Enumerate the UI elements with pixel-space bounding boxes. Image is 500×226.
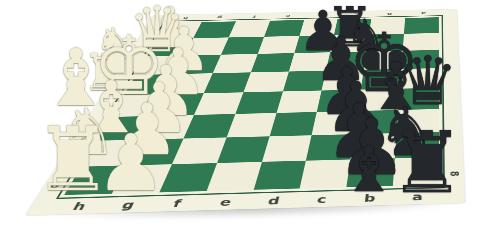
square-d3 bbox=[288, 52, 330, 71]
square-e3 bbox=[251, 53, 294, 72]
file-label-back-b: b bbox=[373, 12, 407, 16]
square-b4 bbox=[361, 69, 401, 90]
square-c7 bbox=[306, 134, 354, 160]
file-label-back-g: g bbox=[202, 15, 238, 19]
square-b8 bbox=[347, 158, 395, 187]
file-label-back-c: c bbox=[339, 12, 373, 16]
file-label-back-e: e bbox=[271, 14, 306, 18]
square-a1 bbox=[404, 17, 439, 33]
square-c6 bbox=[312, 111, 358, 135]
square-a5 bbox=[398, 88, 438, 110]
file-label-front-h: h bbox=[51, 199, 107, 213]
square-b2 bbox=[367, 34, 404, 52]
chessboard: hgfedcba hgfedcba 8 8 bbox=[26, 9, 465, 215]
file-label-front-e: e bbox=[199, 195, 251, 209]
square-c3 bbox=[326, 52, 366, 71]
square-b1 bbox=[369, 18, 405, 35]
file-label-front-d: d bbox=[248, 194, 299, 208]
square-b7 bbox=[351, 133, 397, 159]
square-c4 bbox=[322, 70, 364, 91]
square-e5 bbox=[235, 91, 283, 114]
board-playfield bbox=[56, 15, 445, 199]
board-grid bbox=[64, 17, 439, 195]
square-e4 bbox=[243, 72, 288, 93]
square-c8 bbox=[300, 159, 351, 188]
file-label-front-f: f bbox=[150, 196, 204, 210]
square-d8 bbox=[253, 161, 306, 190]
square-a4 bbox=[400, 68, 439, 89]
square-a7 bbox=[395, 132, 439, 158]
file-label-back-a: a bbox=[406, 11, 440, 15]
square-a2 bbox=[403, 33, 439, 51]
file-label-front-g: g bbox=[101, 198, 156, 212]
file-label-front-b: b bbox=[345, 191, 394, 204]
scene: hgfedcba hgfedcba 8 8 ♟♜♛♟♞♞♟♟♜♚♚♟♛♝♝♟♟♟… bbox=[0, 0, 500, 226]
square-c2 bbox=[330, 34, 369, 52]
square-c5 bbox=[317, 90, 361, 112]
square-a6 bbox=[397, 109, 439, 133]
file-label-front-c: c bbox=[297, 192, 347, 206]
file-label-front-a: a bbox=[393, 190, 441, 203]
square-e2 bbox=[257, 36, 299, 54]
file-label-back-f: f bbox=[236, 14, 272, 18]
square-e1 bbox=[264, 20, 304, 37]
white-knight-shadow bbox=[102, 54, 125, 58]
rank-label-right: 8 bbox=[432, 168, 477, 180]
file-label-back-d: d bbox=[305, 13, 340, 17]
square-d4 bbox=[283, 71, 327, 92]
square-b3 bbox=[364, 51, 403, 70]
white-bishop-shadow bbox=[54, 98, 97, 106]
square-d7 bbox=[262, 135, 312, 162]
square-b6 bbox=[354, 110, 398, 134]
square-c1 bbox=[334, 19, 371, 36]
square-b5 bbox=[358, 89, 400, 111]
square-d5 bbox=[276, 90, 322, 112]
file-label-back-h: h bbox=[167, 16, 203, 20]
square-d6 bbox=[269, 112, 317, 136]
square-d2 bbox=[294, 35, 334, 53]
square-d1 bbox=[299, 19, 338, 36]
square-a3 bbox=[401, 50, 438, 69]
